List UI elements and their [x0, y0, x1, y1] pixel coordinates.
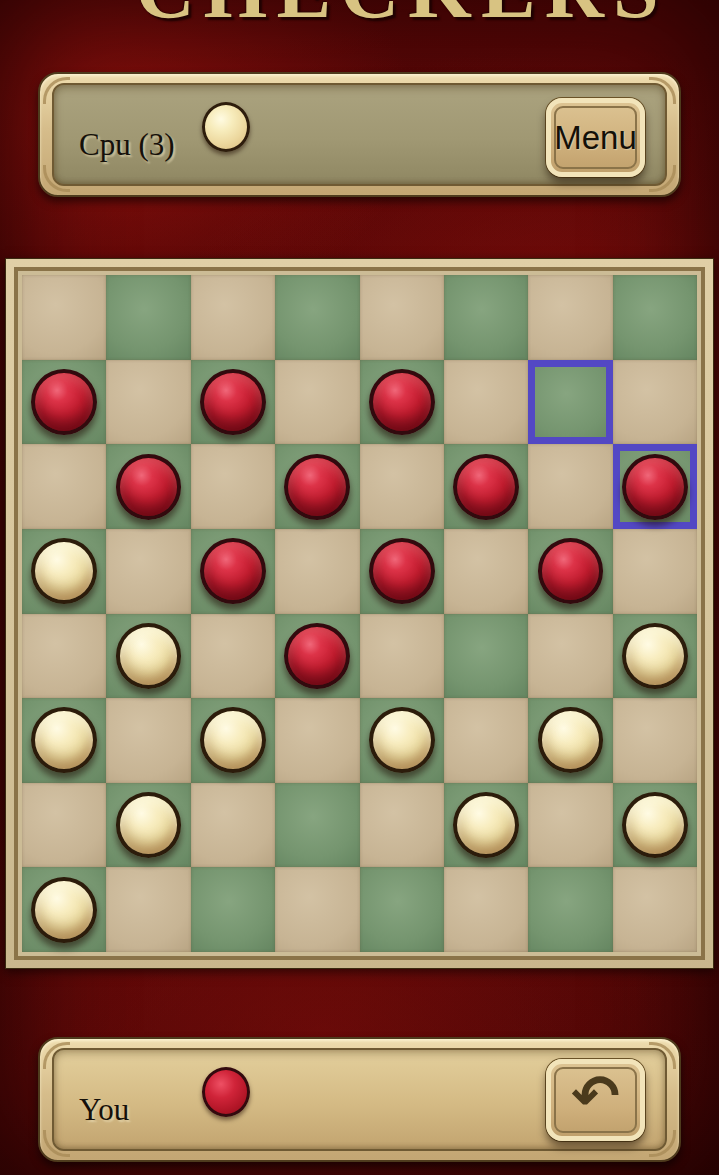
cream-piece[interactable]: [369, 707, 435, 773]
board-grid: [22, 275, 697, 952]
red-piece[interactable]: [200, 538, 266, 604]
square-r6c5[interactable]: [444, 783, 528, 868]
red-piece[interactable]: [284, 454, 350, 520]
square-r7c3[interactable]: [275, 867, 359, 952]
cream-piece[interactable]: [200, 707, 266, 773]
square-r0c0[interactable]: [22, 275, 106, 360]
square-r3c3[interactable]: [275, 529, 359, 614]
square-r4c0[interactable]: [22, 614, 106, 699]
square-r1c0[interactable]: [22, 360, 106, 445]
you-red-piece-icon: [202, 1067, 250, 1117]
square-r6c3[interactable]: [275, 783, 359, 868]
square-r1c4[interactable]: [360, 360, 444, 445]
square-r4c7[interactable]: [613, 614, 697, 699]
undo-button[interactable]: ↶: [546, 1059, 645, 1141]
cream-piece[interactable]: [622, 792, 688, 858]
square-r2c5[interactable]: [444, 444, 528, 529]
square-r3c4[interactable]: [360, 529, 444, 614]
square-r3c1[interactable]: [106, 529, 190, 614]
square-r0c4[interactable]: [360, 275, 444, 360]
square-r0c3[interactable]: [275, 275, 359, 360]
square-r0c6[interactable]: [528, 275, 612, 360]
square-r1c2[interactable]: [191, 360, 275, 445]
square-r7c1[interactable]: [106, 867, 190, 952]
square-r2c6[interactable]: [528, 444, 612, 529]
red-piece[interactable]: [369, 369, 435, 435]
red-piece[interactable]: [453, 454, 519, 520]
square-r7c7[interactable]: [613, 867, 697, 952]
menu-button-label: Menu: [554, 119, 637, 157]
square-r7c0[interactable]: [22, 867, 106, 952]
square-r5c5[interactable]: [444, 698, 528, 783]
red-piece[interactable]: [116, 454, 182, 520]
red-piece[interactable]: [369, 538, 435, 604]
square-r6c0[interactable]: [22, 783, 106, 868]
square-r4c1[interactable]: [106, 614, 190, 699]
square-r4c3[interactable]: [275, 614, 359, 699]
square-r0c7[interactable]: [613, 275, 697, 360]
square-r3c7[interactable]: [613, 529, 697, 614]
square-r7c2[interactable]: [191, 867, 275, 952]
square-r5c3[interactable]: [275, 698, 359, 783]
cream-piece[interactable]: [538, 707, 604, 773]
square-r2c7[interactable]: [613, 444, 697, 529]
square-r2c2[interactable]: [191, 444, 275, 529]
square-r0c5[interactable]: [444, 275, 528, 360]
square-r5c2[interactable]: [191, 698, 275, 783]
square-r5c7[interactable]: [613, 698, 697, 783]
square-r5c0[interactable]: [22, 698, 106, 783]
red-piece[interactable]: [284, 623, 350, 689]
red-piece[interactable]: [622, 454, 688, 520]
square-r5c4[interactable]: [360, 698, 444, 783]
you-label: You: [79, 1092, 129, 1128]
square-r2c3[interactable]: [275, 444, 359, 529]
red-piece[interactable]: [31, 369, 97, 435]
square-r1c1[interactable]: [106, 360, 190, 445]
red-piece[interactable]: [538, 538, 604, 604]
square-r7c4[interactable]: [360, 867, 444, 952]
square-r2c0[interactable]: [22, 444, 106, 529]
square-r0c2[interactable]: [191, 275, 275, 360]
square-r6c4[interactable]: [360, 783, 444, 868]
red-piece[interactable]: [200, 369, 266, 435]
square-r4c4[interactable]: [360, 614, 444, 699]
app-title: CHECKERS: [42, 0, 719, 37]
square-r2c1[interactable]: [106, 444, 190, 529]
square-r0c1[interactable]: [106, 275, 190, 360]
square-r6c2[interactable]: [191, 783, 275, 868]
square-r5c1[interactable]: [106, 698, 190, 783]
app-screen: CHECKERS Cpu (3) Menu You ↶: [0, 0, 719, 1175]
square-r1c7[interactable]: [613, 360, 697, 445]
square-r3c5[interactable]: [444, 529, 528, 614]
cream-piece[interactable]: [31, 538, 97, 604]
square-r7c5[interactable]: [444, 867, 528, 952]
cpu-label: Cpu (3): [79, 127, 175, 163]
square-r1c5[interactable]: [444, 360, 528, 445]
square-r6c6[interactable]: [528, 783, 612, 868]
cream-piece[interactable]: [31, 877, 97, 943]
square-r4c2[interactable]: [191, 614, 275, 699]
board-frame: [14, 267, 705, 960]
checkers-board: [5, 258, 714, 969]
square-r4c6[interactable]: [528, 614, 612, 699]
cream-piece[interactable]: [622, 623, 688, 689]
square-r3c6[interactable]: [528, 529, 612, 614]
cream-piece[interactable]: [116, 623, 182, 689]
square-r2c4[interactable]: [360, 444, 444, 529]
square-r6c7[interactable]: [613, 783, 697, 868]
cpu-cream-piece-icon: [202, 102, 250, 152]
square-r7c6[interactable]: [528, 867, 612, 952]
undo-arrow-icon: ↶: [571, 1067, 620, 1125]
menu-button[interactable]: Menu: [546, 98, 645, 177]
square-r1c6[interactable]: [528, 360, 612, 445]
cpu-banner: Cpu (3) Menu: [38, 72, 681, 197]
square-r3c2[interactable]: [191, 529, 275, 614]
cream-piece[interactable]: [453, 792, 519, 858]
square-r3c0[interactable]: [22, 529, 106, 614]
square-r6c1[interactable]: [106, 783, 190, 868]
cream-piece[interactable]: [116, 792, 182, 858]
cream-piece[interactable]: [31, 707, 97, 773]
square-r4c5[interactable]: [444, 614, 528, 699]
square-r5c6[interactable]: [528, 698, 612, 783]
square-r1c3[interactable]: [275, 360, 359, 445]
you-banner: You ↶: [38, 1037, 681, 1162]
